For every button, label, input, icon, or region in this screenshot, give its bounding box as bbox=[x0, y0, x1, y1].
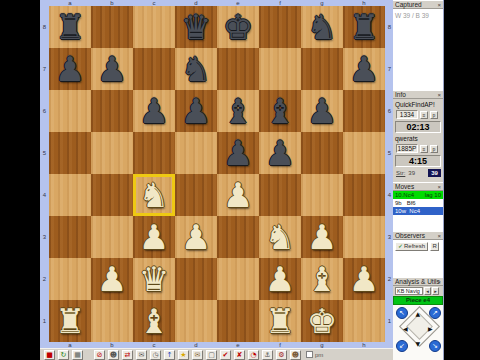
move-row-0[interactable]: 10.Nc4lag 10 bbox=[393, 191, 443, 199]
square-c1[interactable]: ♝ bbox=[133, 300, 175, 342]
white-pawn[interactable]: ♟ bbox=[175, 216, 217, 258]
square-a8[interactable]: ♜ bbox=[49, 6, 91, 48]
moves-list: 10.Nc4lag 109b Bf610w Nc4 bbox=[393, 191, 443, 231]
player-menu-button[interactable]: ≡ bbox=[420, 145, 428, 153]
rank-label: 2 bbox=[40, 258, 49, 300]
square-a4[interactable] bbox=[49, 174, 91, 216]
block-icon[interactable]: ⊘ bbox=[94, 350, 105, 360]
info-panel-body: QuickFindAP! 1334 ≡ p 02:13 qwerats 1885… bbox=[393, 99, 443, 182]
square-c3[interactable]: ♟ bbox=[133, 216, 175, 258]
stop-icon[interactable]: ■ bbox=[44, 350, 55, 360]
white-knight[interactable]: ♞ bbox=[259, 216, 301, 258]
white-rook[interactable]: ♜ bbox=[49, 300, 91, 342]
check-icon: ✓ bbox=[398, 243, 403, 250]
dpad-right-button[interactable]: ▶ bbox=[428, 326, 433, 332]
player-profile-button[interactable]: p bbox=[430, 145, 438, 153]
square-c8[interactable] bbox=[133, 6, 175, 48]
white-clock: 02:13 bbox=[395, 121, 441, 133]
observers-panel-body: ✓ Refresh R bbox=[393, 240, 443, 277]
spin-right-button[interactable]: ▸ bbox=[432, 287, 439, 295]
square-e1[interactable] bbox=[217, 300, 259, 342]
window-icon[interactable]: ▢ bbox=[206, 350, 217, 360]
square-g6[interactable]: ♟ bbox=[301, 90, 343, 132]
square-c2[interactable]: ♛ bbox=[133, 258, 175, 300]
square-a2[interactable] bbox=[49, 258, 91, 300]
dpad-corner-nw-button[interactable]: ↖ bbox=[396, 307, 408, 319]
square-d2[interactable] bbox=[175, 258, 217, 300]
square-g1[interactable]: ♚ bbox=[301, 300, 343, 342]
black-pawn[interactable]: ♟ bbox=[301, 90, 343, 132]
square-g3[interactable]: ♟ bbox=[301, 216, 343, 258]
square-b2[interactable]: ♟ bbox=[91, 258, 133, 300]
upload-icon[interactable]: ↑ bbox=[164, 350, 175, 360]
square-g2[interactable]: ♝ bbox=[301, 258, 343, 300]
dpad-left-button[interactable]: ◀ bbox=[403, 326, 408, 332]
close-icon[interactable]: × bbox=[437, 2, 441, 8]
star-icon[interactable]: ★ bbox=[178, 350, 189, 360]
square-e8[interactable]: ♚ bbox=[217, 6, 259, 48]
black-bishop[interactable]: ♝ bbox=[217, 90, 259, 132]
strength-badge: 39 bbox=[428, 169, 441, 177]
observers-r-button[interactable]: R bbox=[430, 242, 439, 251]
square-c5[interactable] bbox=[133, 132, 175, 174]
dpad-down-button[interactable]: ▼ bbox=[416, 341, 421, 347]
dpad-corner-se-button[interactable]: ↘ bbox=[429, 340, 441, 352]
black-pawn[interactable]: ♟ bbox=[217, 132, 259, 174]
player-menu-button[interactable]: ≡ bbox=[420, 111, 428, 119]
close-icon[interactable]: × bbox=[437, 184, 441, 190]
square-b3[interactable] bbox=[91, 216, 133, 258]
analysis-title: Analysis & Utils bbox=[395, 278, 440, 285]
square-f7[interactable] bbox=[259, 48, 301, 90]
square-d6[interactable]: ♟ bbox=[175, 90, 217, 132]
close-icon[interactable]: × bbox=[437, 279, 441, 285]
white-bishop[interactable]: ♝ bbox=[133, 300, 175, 342]
strength-label[interactable]: Str: bbox=[396, 170, 405, 176]
square-f6[interactable]: ♝ bbox=[259, 90, 301, 132]
black-king[interactable]: ♚ bbox=[217, 6, 259, 48]
square-g5[interactable] bbox=[301, 132, 343, 174]
square-f1[interactable]: ♜ bbox=[259, 300, 301, 342]
refresh-observers-button[interactable]: ✓ Refresh bbox=[395, 242, 428, 251]
player-profile-button[interactable]: p bbox=[430, 111, 438, 119]
move-row-1[interactable]: 9b Bf6 bbox=[393, 199, 443, 207]
square-a5[interactable] bbox=[49, 132, 91, 174]
square-e3[interactable] bbox=[217, 216, 259, 258]
analysis-panel-header: Analysis & Utils × bbox=[393, 277, 443, 286]
info-title: Info bbox=[395, 91, 406, 98]
white-pawn[interactable]: ♟ bbox=[259, 258, 301, 300]
square-a1[interactable]: ♜ bbox=[49, 300, 91, 342]
white-pawn[interactable]: ♟ bbox=[133, 216, 175, 258]
square-d8[interactable]: ♛ bbox=[175, 6, 217, 48]
player-icon[interactable]: ☻ bbox=[108, 350, 119, 360]
black-bishop[interactable]: ♝ bbox=[259, 90, 301, 132]
premove-label: pm bbox=[315, 352, 323, 358]
square-h5[interactable] bbox=[343, 132, 385, 174]
black-rook[interactable]: ♜ bbox=[343, 6, 385, 48]
rank-label: 4 bbox=[40, 174, 49, 216]
moves-panel-header: Moves × bbox=[393, 182, 443, 191]
square-a6[interactable] bbox=[49, 90, 91, 132]
rank-label: 7 bbox=[40, 48, 49, 90]
abort-icon[interactable]: ✘ bbox=[234, 350, 245, 360]
square-f5[interactable]: ♟ bbox=[259, 132, 301, 174]
rank-label: 3 bbox=[40, 216, 49, 258]
white-king[interactable]: ♚ bbox=[301, 300, 343, 342]
square-f4[interactable] bbox=[259, 174, 301, 216]
white-queen[interactable]: ♛ bbox=[133, 258, 175, 300]
square-h8[interactable]: ♜ bbox=[343, 6, 385, 48]
premove-toggle[interactable]: pm bbox=[306, 351, 323, 358]
mail-board-icon[interactable]: ✉ bbox=[192, 350, 203, 360]
square-g7[interactable] bbox=[301, 48, 343, 90]
info-panel-header: Info × bbox=[393, 90, 443, 99]
square-e6[interactable]: ♝ bbox=[217, 90, 259, 132]
board-frame: abcdefgh abcdefgh 87654321 87654321 ♜♛♚♞… bbox=[40, 0, 393, 348]
captured-material-text: W 39 / B 39 bbox=[393, 9, 443, 19]
flip-board-icon[interactable]: ⇄ bbox=[122, 350, 133, 360]
kb-navigator-select[interactable]: KB Navig bbox=[395, 287, 423, 295]
square-f3[interactable]: ♞ bbox=[259, 216, 301, 258]
move-text: 10.Nc4 bbox=[395, 191, 414, 199]
spin-left-button[interactable]: ◂ bbox=[424, 287, 431, 295]
square-b6[interactable] bbox=[91, 90, 133, 132]
square-h1[interactable] bbox=[343, 300, 385, 342]
black-knight[interactable]: ♞ bbox=[301, 6, 343, 48]
chess-client-window: abcdefgh abcdefgh 87654321 87654321 ♜♛♚♞… bbox=[0, 0, 480, 360]
kb-navigator-dpad: ↖↗↙↘▲◀▶▼ bbox=[393, 305, 443, 360]
square-e4[interactable]: ♟ bbox=[217, 174, 259, 216]
refresh-icon[interactable]: ↻ bbox=[58, 350, 69, 360]
square-b7[interactable]: ♟ bbox=[91, 48, 133, 90]
message-icon[interactable]: ✉ bbox=[136, 350, 147, 360]
move-extra: lag 10 bbox=[425, 191, 441, 199]
moves-title: Moves bbox=[395, 183, 414, 190]
white-player-name: QuickFindAP! bbox=[393, 99, 443, 108]
black-pawn[interactable]: ♟ bbox=[49, 48, 91, 90]
users-icon[interactable]: ☻ bbox=[290, 350, 301, 360]
white-pawn[interactable]: ♟ bbox=[91, 258, 133, 300]
square-e7[interactable] bbox=[217, 48, 259, 90]
captured-panel-body: W 39 / B 39 bbox=[393, 9, 443, 90]
black-rook[interactable]: ♜ bbox=[49, 6, 91, 48]
square-c7[interactable] bbox=[133, 48, 175, 90]
anchor-icon[interactable]: ⚓ bbox=[262, 350, 273, 360]
square-d3[interactable]: ♟ bbox=[175, 216, 217, 258]
board-list-icon[interactable]: ▦ bbox=[72, 350, 83, 360]
square-c4[interactable]: ♞ bbox=[133, 174, 175, 216]
captured-panel-header: Captured × bbox=[393, 0, 443, 9]
black-rating: 1885P bbox=[396, 144, 418, 153]
black-clock: 4:15 bbox=[395, 155, 441, 167]
rank-label: 6 bbox=[40, 90, 49, 132]
square-b4[interactable] bbox=[91, 174, 133, 216]
observers-title: Observers bbox=[395, 232, 425, 239]
rank-labels-left: 87654321 bbox=[40, 6, 49, 342]
observers-panel-header: Observers × bbox=[393, 231, 443, 240]
analysis-tool-selector: KB Navig ◂ ▸ bbox=[393, 286, 443, 296]
square-a3[interactable] bbox=[49, 216, 91, 258]
white-pawn[interactable]: ♟ bbox=[301, 216, 343, 258]
premove-checkbox[interactable] bbox=[306, 351, 313, 358]
square-d4[interactable] bbox=[175, 174, 217, 216]
square-c6[interactable]: ♟ bbox=[133, 90, 175, 132]
black-player-name: qwerats bbox=[393, 133, 443, 142]
square-h3[interactable] bbox=[343, 216, 385, 258]
black-pawn[interactable]: ♟ bbox=[343, 48, 385, 90]
white-rating: 1334 bbox=[396, 110, 418, 119]
square-e5[interactable]: ♟ bbox=[217, 132, 259, 174]
square-f8[interactable] bbox=[259, 6, 301, 48]
black-pawn[interactable]: ♟ bbox=[91, 48, 133, 90]
alarm-icon[interactable]: ◔ bbox=[248, 350, 259, 360]
white-bishop[interactable]: ♝ bbox=[301, 258, 343, 300]
clock-icon[interactable]: ◷ bbox=[150, 350, 161, 360]
square-e2[interactable] bbox=[217, 258, 259, 300]
square-b8[interactable] bbox=[91, 6, 133, 48]
square-b5[interactable] bbox=[91, 132, 133, 174]
square-d1[interactable] bbox=[175, 300, 217, 342]
kb-navigator-display: Piece e4 bbox=[393, 296, 443, 305]
square-f2[interactable]: ♟ bbox=[259, 258, 301, 300]
square-h6[interactable] bbox=[343, 90, 385, 132]
black-pawn[interactable]: ♟ bbox=[133, 90, 175, 132]
rank-label: 8 bbox=[40, 6, 49, 48]
dpad-corner-sw-button[interactable]: ↙ bbox=[396, 340, 408, 352]
black-pawn[interactable]: ♟ bbox=[175, 90, 217, 132]
refresh-label: Refresh bbox=[404, 243, 425, 250]
strength-value: 39 bbox=[408, 170, 415, 176]
square-d5[interactable] bbox=[175, 132, 217, 174]
side-panels: Captured × W 39 / B 39 Info × QuickFindA… bbox=[393, 0, 444, 360]
black-queen[interactable]: ♛ bbox=[175, 6, 217, 48]
square-h4[interactable] bbox=[343, 174, 385, 216]
square-h7[interactable]: ♟ bbox=[343, 48, 385, 90]
gear-icon[interactable]: ⚙ bbox=[276, 350, 287, 360]
black-pawn[interactable]: ♟ bbox=[259, 132, 301, 174]
move-text: 9b Bf6 bbox=[395, 199, 416, 207]
white-pawn[interactable]: ♟ bbox=[343, 258, 385, 300]
white-knight[interactable]: ♞ bbox=[133, 174, 175, 216]
chess-board[interactable]: ♜♛♚♞♜♟♟♞♟♟♟♝♝♟♟♟♞♟♟♟♞♟♟♛♟♝♟♜♝♜♚ bbox=[49, 6, 385, 342]
dpad-up-button[interactable]: ▲ bbox=[416, 311, 421, 317]
white-rook[interactable]: ♜ bbox=[259, 300, 301, 342]
rank-label: 5 bbox=[40, 132, 49, 174]
white-pawn[interactable]: ♟ bbox=[217, 174, 259, 216]
black-knight[interactable]: ♞ bbox=[175, 48, 217, 90]
square-d7[interactable]: ♞ bbox=[175, 48, 217, 90]
square-b1[interactable] bbox=[91, 300, 133, 342]
square-a7[interactable]: ♟ bbox=[49, 48, 91, 90]
move-row-2[interactable]: 10w Nc4 bbox=[393, 207, 443, 215]
move-text: 10w Nc4 bbox=[395, 207, 420, 215]
square-g4[interactable] bbox=[301, 174, 343, 216]
close-icon[interactable]: × bbox=[437, 92, 441, 98]
check-icon[interactable]: ✔ bbox=[220, 350, 231, 360]
square-g8[interactable]: ♞ bbox=[301, 6, 343, 48]
square-h2[interactable]: ♟ bbox=[343, 258, 385, 300]
rank-label: 1 bbox=[40, 300, 49, 342]
bottom-toolbar: ■↻▦⊘☻⇄✉◷↑★✉▢✔✘◔⚓⚙☻pm bbox=[40, 348, 444, 360]
close-icon[interactable]: × bbox=[437, 233, 441, 239]
captured-title: Captured bbox=[395, 1, 422, 8]
